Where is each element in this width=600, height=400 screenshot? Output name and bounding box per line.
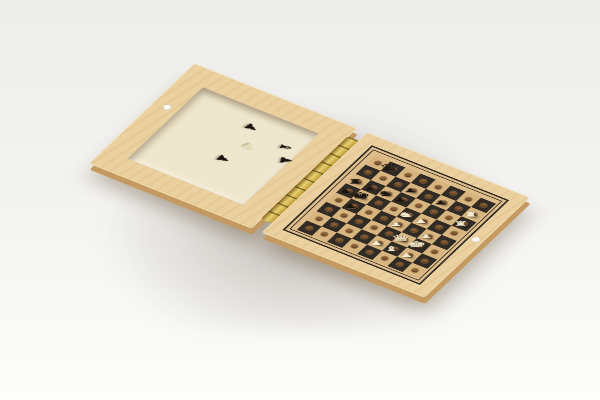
black-knight-glyph: ♞ [377, 190, 394, 197]
base-magnet-dot [470, 236, 481, 243]
captured-white-pawn[interactable]: ♟ [239, 141, 258, 153]
white-pawn-glyph: ♟ [414, 219, 427, 225]
piece-black-queen-b8[interactable]: ♛ [381, 161, 406, 176]
black-pawn-glyph: ♟ [394, 197, 407, 203]
black-queen-glyph: ♛ [379, 163, 401, 172]
white-pawn-glyph: ♟ [389, 222, 402, 228]
lid-magnet-dot [162, 104, 173, 111]
captured-black-pawn[interactable]: ♟ [241, 121, 261, 133]
captured-black-bishop[interactable]: ♝ [276, 142, 294, 153]
white-rook-glyph: ♜ [453, 221, 468, 227]
black-rook-glyph: ♜ [347, 178, 362, 184]
black-pawn-glyph: ♟ [434, 200, 447, 206]
piece-black-pawn-f7[interactable]: ♟ [431, 195, 456, 210]
white-pawn-glyph: ♟ [400, 252, 413, 258]
black-pawn-glyph: ♟ [344, 204, 357, 210]
travel-chess-set-photo: ♟♝♟♟♟ ♛♜♟♝♚♞♟♟♟♟♞♟♟♜♜♟♛♟♝♚♟ [0, 0, 600, 400]
black-pawn-glyph: ♟ [403, 188, 416, 194]
captured-black-pawn[interactable]: ♟ [213, 153, 233, 165]
white-pawn-glyph: ♟ [369, 240, 382, 246]
captured-black-pawn[interactable]: ♟ [277, 155, 294, 164]
white-bishop-glyph: ♝ [383, 245, 400, 252]
white-rook-glyph: ♜ [463, 211, 478, 217]
felt-tray: ♟♝♟♟♟ [128, 87, 319, 205]
